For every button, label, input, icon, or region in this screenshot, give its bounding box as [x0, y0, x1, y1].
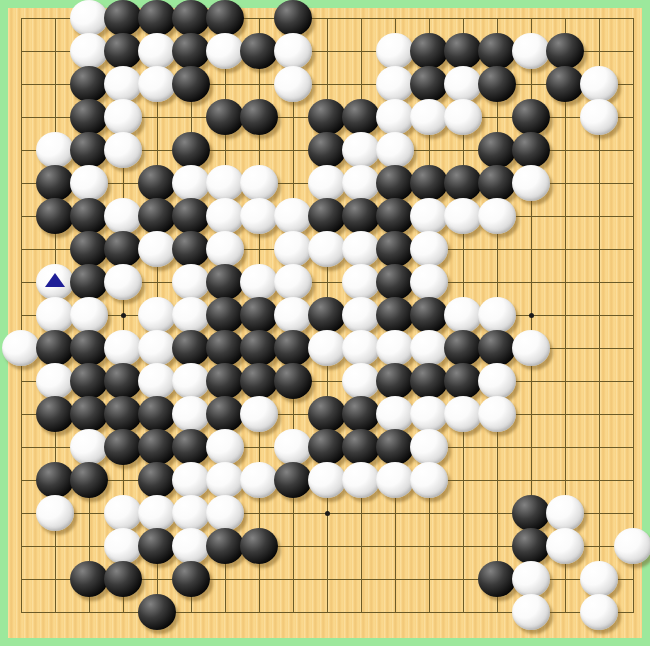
stone-black[interactable] [172, 33, 210, 69]
stone-black[interactable] [342, 429, 380, 465]
stone-black[interactable] [512, 99, 550, 135]
stone-black[interactable] [138, 396, 176, 432]
stone-white[interactable] [206, 198, 244, 234]
stone-white[interactable] [240, 396, 278, 432]
stone-black[interactable] [308, 297, 346, 333]
stone-black[interactable] [70, 99, 108, 135]
stone-black[interactable] [240, 363, 278, 399]
grid-line [633, 18, 634, 613]
stone-white[interactable] [104, 66, 142, 102]
stone-black[interactable] [274, 0, 312, 36]
stone-black[interactable] [104, 0, 142, 36]
stone-white[interactable] [172, 396, 210, 432]
stone-black[interactable] [104, 429, 142, 465]
stone-black[interactable] [308, 429, 346, 465]
stone-black[interactable] [478, 132, 516, 168]
stone-white[interactable] [240, 462, 278, 498]
stone-black[interactable] [376, 165, 414, 201]
stone-white[interactable] [376, 33, 414, 69]
stone-white[interactable] [70, 165, 108, 201]
stone-white[interactable] [172, 528, 210, 564]
stone-white[interactable] [512, 165, 550, 201]
stone-black[interactable] [104, 231, 142, 267]
stone-white[interactable] [410, 330, 448, 366]
stone-white[interactable] [308, 165, 346, 201]
stone-black[interactable] [172, 330, 210, 366]
stone-white[interactable] [546, 495, 584, 531]
stone-black[interactable] [444, 330, 482, 366]
stone-black[interactable] [70, 264, 108, 300]
stone-white[interactable] [172, 462, 210, 498]
stone-black[interactable] [342, 99, 380, 135]
stone-white[interactable] [172, 297, 210, 333]
stone-white[interactable] [104, 198, 142, 234]
stone-white[interactable] [138, 231, 176, 267]
stone-white[interactable] [206, 231, 244, 267]
stone-white[interactable] [376, 132, 414, 168]
stone-white[interactable] [104, 528, 142, 564]
stone-black[interactable] [206, 363, 244, 399]
stone-black[interactable] [206, 99, 244, 135]
star-point [529, 313, 534, 318]
stone-black[interactable] [138, 594, 176, 630]
stone-black[interactable] [138, 462, 176, 498]
stone-white[interactable] [444, 99, 482, 135]
stone-white[interactable] [36, 363, 74, 399]
triangle-marker [45, 273, 65, 287]
stone-white[interactable] [410, 198, 448, 234]
stone-white[interactable] [138, 495, 176, 531]
stone-black[interactable] [410, 363, 448, 399]
stone-white[interactable] [410, 396, 448, 432]
stone-black[interactable] [240, 99, 278, 135]
stone-black[interactable] [138, 0, 176, 36]
stone-black[interactable] [512, 528, 550, 564]
star-point [325, 511, 330, 516]
stone-black[interactable] [478, 561, 516, 597]
stone-black[interactable] [240, 330, 278, 366]
stone-white[interactable] [172, 363, 210, 399]
stone-white[interactable] [376, 396, 414, 432]
stone-black[interactable] [376, 264, 414, 300]
stone-black[interactable] [70, 396, 108, 432]
stone-white[interactable] [512, 33, 550, 69]
stone-white[interactable] [512, 594, 550, 630]
stone-black[interactable] [274, 462, 312, 498]
stone-black[interactable] [70, 462, 108, 498]
stone-white[interactable] [580, 561, 618, 597]
stone-white[interactable] [206, 462, 244, 498]
stone-black[interactable] [342, 198, 380, 234]
stone-black[interactable] [478, 66, 516, 102]
stone-white[interactable] [274, 198, 312, 234]
stone-white[interactable] [614, 528, 650, 564]
stone-black[interactable] [546, 33, 584, 69]
stone-black[interactable] [70, 231, 108, 267]
stone-black[interactable] [444, 363, 482, 399]
stone-white[interactable] [138, 66, 176, 102]
stone-black[interactable] [70, 561, 108, 597]
stone-black[interactable] [36, 165, 74, 201]
stone-black[interactable] [410, 165, 448, 201]
stone-white[interactable] [342, 330, 380, 366]
stone-white[interactable] [172, 495, 210, 531]
stone-black[interactable] [376, 297, 414, 333]
stone-white[interactable] [240, 198, 278, 234]
stone-black[interactable] [478, 330, 516, 366]
stone-black[interactable] [376, 198, 414, 234]
stone-black[interactable] [172, 231, 210, 267]
stone-white[interactable] [274, 33, 312, 69]
stone-black[interactable] [104, 561, 142, 597]
stone-white[interactable] [342, 363, 380, 399]
stone-white[interactable] [138, 330, 176, 366]
stone-black[interactable] [104, 396, 142, 432]
stone-white[interactable] [546, 528, 584, 564]
stone-white[interactable] [104, 264, 142, 300]
stone-black[interactable] [240, 297, 278, 333]
stone-black[interactable] [172, 429, 210, 465]
stone-white[interactable] [70, 297, 108, 333]
stone-black[interactable] [512, 132, 550, 168]
stone-black[interactable] [206, 396, 244, 432]
stone-black[interactable] [410, 66, 448, 102]
stone-white[interactable] [206, 33, 244, 69]
stone-black[interactable] [240, 528, 278, 564]
stone-white[interactable] [410, 264, 448, 300]
stone-black[interactable] [70, 132, 108, 168]
stone-white[interactable] [274, 264, 312, 300]
stone-black[interactable] [512, 495, 550, 531]
stone-white[interactable] [206, 429, 244, 465]
stone-black[interactable] [308, 396, 346, 432]
stone-black[interactable] [410, 33, 448, 69]
stone-black[interactable] [308, 99, 346, 135]
stone-white[interactable] [376, 462, 414, 498]
stone-white[interactable] [376, 66, 414, 102]
stone-black[interactable] [342, 396, 380, 432]
stone-white[interactable] [104, 99, 142, 135]
stone-white[interactable] [580, 66, 618, 102]
stone-white[interactable] [2, 330, 40, 366]
stone-black[interactable] [172, 132, 210, 168]
stone-black[interactable] [478, 165, 516, 201]
go-app-window [0, 0, 650, 646]
stone-white[interactable] [376, 330, 414, 366]
stone-white[interactable] [478, 396, 516, 432]
stone-black[interactable] [478, 33, 516, 69]
stone-white[interactable] [138, 33, 176, 69]
stone-black[interactable] [172, 66, 210, 102]
stone-black[interactable] [206, 264, 244, 300]
stone-white[interactable] [342, 231, 380, 267]
stone-white[interactable] [580, 99, 618, 135]
stone-black[interactable] [274, 330, 312, 366]
stone-white[interactable] [444, 396, 482, 432]
stone-white[interactable] [172, 165, 210, 201]
stone-black[interactable] [206, 297, 244, 333]
stone-black[interactable] [376, 231, 414, 267]
stone-black[interactable] [70, 363, 108, 399]
stone-white[interactable] [240, 165, 278, 201]
stone-white[interactable] [478, 198, 516, 234]
stone-white[interactable] [342, 132, 380, 168]
stone-white[interactable] [410, 462, 448, 498]
stone-white[interactable] [410, 99, 448, 135]
stone-black[interactable] [70, 198, 108, 234]
stone-black[interactable] [138, 198, 176, 234]
stone-white[interactable] [274, 231, 312, 267]
stone-white[interactable] [444, 198, 482, 234]
stone-white[interactable] [274, 66, 312, 102]
stone-black[interactable] [172, 0, 210, 36]
stone-white[interactable] [410, 429, 448, 465]
stone-white[interactable] [104, 495, 142, 531]
stone-black[interactable] [172, 198, 210, 234]
stone-white[interactable] [410, 231, 448, 267]
stone-black[interactable] [138, 528, 176, 564]
stone-white[interactable] [478, 363, 516, 399]
stone-white[interactable] [70, 0, 108, 36]
stone-black[interactable] [308, 132, 346, 168]
stone-black[interactable] [70, 66, 108, 102]
stone-white[interactable] [104, 132, 142, 168]
stone-white[interactable] [206, 165, 244, 201]
stone-black[interactable] [36, 330, 74, 366]
stone-white[interactable] [36, 132, 74, 168]
stone-white[interactable] [138, 363, 176, 399]
stone-black[interactable] [206, 330, 244, 366]
go-board[interactable] [8, 8, 642, 638]
stone-black[interactable] [444, 33, 482, 69]
stone-white[interactable] [478, 297, 516, 333]
stone-white[interactable] [444, 66, 482, 102]
stone-white[interactable] [70, 33, 108, 69]
stone-black[interactable] [70, 330, 108, 366]
stone-white[interactable] [342, 462, 380, 498]
stone-black[interactable] [36, 396, 74, 432]
stone-black[interactable] [36, 198, 74, 234]
stone-black[interactable] [410, 297, 448, 333]
stone-white[interactable] [36, 297, 74, 333]
stone-white[interactable] [240, 264, 278, 300]
stone-black[interactable] [546, 66, 584, 102]
stone-white[interactable] [512, 330, 550, 366]
stone-white[interactable] [342, 264, 380, 300]
stone-black[interactable] [444, 165, 482, 201]
stone-black[interactable] [138, 165, 176, 201]
stone-white[interactable] [376, 99, 414, 135]
stone-white[interactable] [342, 297, 380, 333]
star-point [121, 313, 126, 318]
stone-white[interactable] [274, 429, 312, 465]
stone-white[interactable] [70, 429, 108, 465]
stone-white[interactable] [36, 495, 74, 531]
stone-black[interactable] [274, 363, 312, 399]
stone-white[interactable] [444, 297, 482, 333]
stone-white[interactable] [308, 462, 346, 498]
stone-black[interactable] [206, 0, 244, 36]
stone-black[interactable] [376, 429, 414, 465]
stone-black[interactable] [138, 429, 176, 465]
stone-white[interactable] [308, 330, 346, 366]
stone-black[interactable] [376, 363, 414, 399]
stone-black[interactable] [308, 198, 346, 234]
stone-black[interactable] [104, 33, 142, 69]
stone-white[interactable] [308, 231, 346, 267]
stone-white[interactable] [342, 165, 380, 201]
stone-white[interactable] [512, 561, 550, 597]
stone-white[interactable] [172, 264, 210, 300]
stone-white[interactable] [104, 330, 142, 366]
stone-black[interactable] [104, 363, 142, 399]
stone-white[interactable] [580, 594, 618, 630]
stone-black[interactable] [240, 33, 278, 69]
stone-white[interactable] [206, 495, 244, 531]
stone-black[interactable] [206, 528, 244, 564]
stone-white[interactable] [138, 297, 176, 333]
stone-black[interactable] [36, 462, 74, 498]
stone-black[interactable] [172, 561, 210, 597]
stone-white[interactable] [274, 297, 312, 333]
